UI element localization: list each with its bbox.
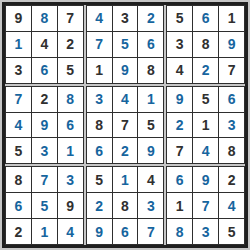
- cell-r6c8[interactable]: 4: [193, 138, 218, 163]
- cell-r8c4[interactable]: 2: [87, 193, 112, 218]
- cell-r6c2[interactable]: 3: [32, 138, 57, 163]
- cell-r8c2[interactable]: 5: [32, 193, 57, 218]
- cell-r1c7[interactable]: 5: [167, 6, 192, 31]
- cell-r6c4[interactable]: 6: [87, 138, 112, 163]
- cell-r1c3[interactable]: 7: [58, 6, 83, 31]
- cell-r7c1[interactable]: 8: [6, 167, 31, 192]
- cell-r3c2[interactable]: 6: [32, 58, 57, 83]
- cell-r3c1[interactable]: 3: [6, 58, 31, 83]
- cell-r1c1[interactable]: 9: [6, 6, 31, 31]
- cell-r5c7[interactable]: 2: [167, 113, 192, 138]
- cell-r4c8[interactable]: 5: [193, 87, 218, 112]
- cell-r4c2[interactable]: 2: [32, 87, 57, 112]
- cell-r5c5[interactable]: 7: [113, 113, 138, 138]
- cell-r9c5[interactable]: 6: [113, 219, 138, 244]
- cell-r5c6[interactable]: 5: [138, 113, 163, 138]
- cell-r4c6[interactable]: 1: [138, 87, 163, 112]
- cell-r1c8[interactable]: 6: [193, 6, 218, 31]
- cell-r9c8[interactable]: 3: [193, 219, 218, 244]
- cell-r5c4[interactable]: 8: [87, 113, 112, 138]
- cell-r7c4[interactable]: 5: [87, 167, 112, 192]
- cell-r5c1[interactable]: 4: [6, 113, 31, 138]
- box-2-1: 728496531: [5, 86, 84, 165]
- cell-r6c9[interactable]: 8: [219, 138, 244, 163]
- cell-r8c5[interactable]: 8: [113, 193, 138, 218]
- cell-r2c5[interactable]: 5: [113, 32, 138, 57]
- cell-r1c9[interactable]: 1: [219, 6, 244, 31]
- cell-r4c5[interactable]: 4: [113, 87, 138, 112]
- cell-r9c9[interactable]: 5: [219, 219, 244, 244]
- cell-r3c3[interactable]: 5: [58, 58, 83, 83]
- cell-r6c7[interactable]: 7: [167, 138, 192, 163]
- cell-r5c9[interactable]: 3: [219, 113, 244, 138]
- box-1-2: 432756198: [86, 5, 165, 84]
- cell-r7c8[interactable]: 9: [193, 167, 218, 192]
- cell-r8c3[interactable]: 9: [58, 193, 83, 218]
- cell-r6c6[interactable]: 9: [138, 138, 163, 163]
- box-1-1: 987142365: [5, 5, 84, 84]
- box-1-3: 561389427: [166, 5, 245, 84]
- box-3-2: 514283967: [86, 166, 165, 245]
- cell-r1c4[interactable]: 4: [87, 6, 112, 31]
- box-3-1: 873659214: [5, 166, 84, 245]
- cell-r9c2[interactable]: 1: [32, 219, 57, 244]
- cell-r2c4[interactable]: 7: [87, 32, 112, 57]
- cell-r7c9[interactable]: 2: [219, 167, 244, 192]
- cell-r9c7[interactable]: 8: [167, 219, 192, 244]
- box-2-3: 956213748: [166, 86, 245, 165]
- cell-r2c6[interactable]: 6: [138, 32, 163, 57]
- cell-r2c2[interactable]: 4: [32, 32, 57, 57]
- sudoku-grid: 9871423654327561985613894277284965313418…: [2, 2, 248, 248]
- cell-r5c3[interactable]: 6: [58, 113, 83, 138]
- cell-r4c1[interactable]: 7: [6, 87, 31, 112]
- cell-r6c5[interactable]: 2: [113, 138, 138, 163]
- cell-r7c7[interactable]: 6: [167, 167, 192, 192]
- cell-r8c1[interactable]: 6: [6, 193, 31, 218]
- cell-r2c8[interactable]: 8: [193, 32, 218, 57]
- cell-r2c7[interactable]: 3: [167, 32, 192, 57]
- cell-r6c3[interactable]: 1: [58, 138, 83, 163]
- cell-r4c3[interactable]: 8: [58, 87, 83, 112]
- cell-r3c9[interactable]: 7: [219, 58, 244, 83]
- cell-r2c9[interactable]: 9: [219, 32, 244, 57]
- cell-r3c5[interactable]: 9: [113, 58, 138, 83]
- cell-r5c2[interactable]: 9: [32, 113, 57, 138]
- cell-r2c1[interactable]: 1: [6, 32, 31, 57]
- cell-r9c3[interactable]: 4: [58, 219, 83, 244]
- cell-r8c9[interactable]: 4: [219, 193, 244, 218]
- cell-r1c6[interactable]: 2: [138, 6, 163, 31]
- cell-r6c1[interactable]: 5: [6, 138, 31, 163]
- cell-r1c5[interactable]: 3: [113, 6, 138, 31]
- cell-r3c4[interactable]: 1: [87, 58, 112, 83]
- cell-r3c8[interactable]: 2: [193, 58, 218, 83]
- cell-r3c7[interactable]: 4: [167, 58, 192, 83]
- cell-r7c2[interactable]: 7: [32, 167, 57, 192]
- cell-r2c3[interactable]: 2: [58, 32, 83, 57]
- cell-r8c6[interactable]: 3: [138, 193, 163, 218]
- cell-r4c9[interactable]: 6: [219, 87, 244, 112]
- cell-r7c6[interactable]: 4: [138, 167, 163, 192]
- cell-r7c5[interactable]: 1: [113, 167, 138, 192]
- cell-r8c8[interactable]: 7: [193, 193, 218, 218]
- cell-r4c4[interactable]: 3: [87, 87, 112, 112]
- sudoku-board: 9871423654327561985613894277284965313418…: [0, 0, 250, 250]
- box-3-3: 692174835: [166, 166, 245, 245]
- cell-r8c7[interactable]: 1: [167, 193, 192, 218]
- cell-r4c7[interactable]: 9: [167, 87, 192, 112]
- box-2-2: 341875629: [86, 86, 165, 165]
- cell-r9c6[interactable]: 7: [138, 219, 163, 244]
- cell-r7c3[interactable]: 3: [58, 167, 83, 192]
- cell-r5c8[interactable]: 1: [193, 113, 218, 138]
- cell-r1c2[interactable]: 8: [32, 6, 57, 31]
- cell-r9c4[interactable]: 9: [87, 219, 112, 244]
- cell-r3c6[interactable]: 8: [138, 58, 163, 83]
- cell-r9c1[interactable]: 2: [6, 219, 31, 244]
